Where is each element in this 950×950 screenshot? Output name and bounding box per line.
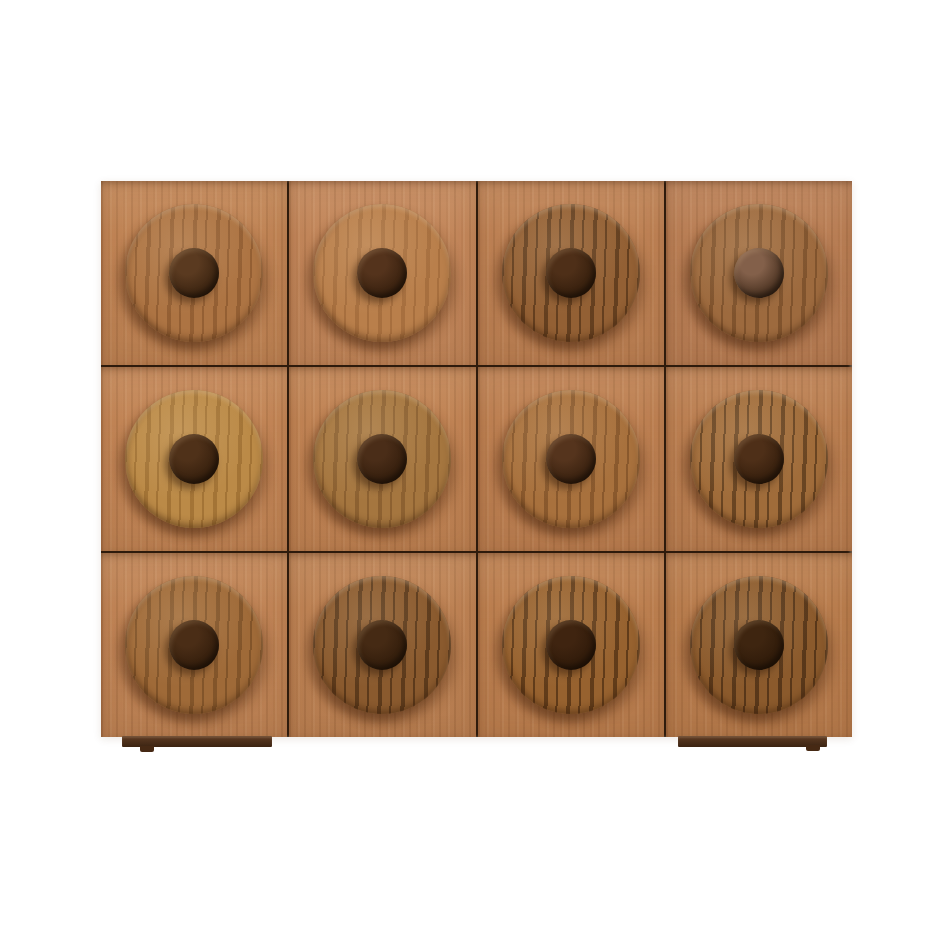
drawer-r1c4 — [666, 181, 852, 365]
drawer-r1c2 — [289, 181, 475, 365]
drawer-r1c1 — [101, 181, 287, 365]
photo-stage — [0, 0, 950, 950]
drawer-disc — [313, 390, 451, 528]
drawer-knob — [357, 434, 407, 484]
drawer-r1c3 — [478, 181, 664, 365]
drawer-knob — [734, 434, 784, 484]
drawer-disc — [690, 576, 828, 714]
drawer-knob — [546, 620, 596, 670]
drawer-knob — [734, 248, 784, 298]
drawer-disc — [690, 390, 828, 528]
drawer-disc — [502, 576, 640, 714]
drawer-knob — [734, 620, 784, 670]
drawer-r3c2 — [289, 553, 475, 737]
drawer-knob — [169, 620, 219, 670]
drawer-knob — [169, 248, 219, 298]
drawer-disc — [502, 204, 640, 342]
cabinet-foot-pad-right — [806, 745, 820, 751]
drawer-disc — [125, 204, 263, 342]
drawer-r3c4 — [666, 553, 852, 737]
drawer-knob — [357, 620, 407, 670]
drawer-knob — [357, 248, 407, 298]
drawer-r2c4 — [666, 367, 852, 551]
drawer-r3c1 — [101, 553, 287, 737]
cabinet-foot-right — [678, 736, 827, 747]
drawer-r2c3 — [478, 367, 664, 551]
drawer-disc — [313, 204, 451, 342]
drawer-disc — [502, 390, 640, 528]
drawer-r2c1 — [101, 367, 287, 551]
drawer-cabinet — [101, 181, 852, 737]
drawer-knob — [169, 434, 219, 484]
drawer-r2c2 — [289, 367, 475, 551]
drawer-disc — [125, 576, 263, 714]
drawer-disc — [313, 576, 451, 714]
drawer-knob — [546, 434, 596, 484]
drawer-disc — [690, 204, 828, 342]
cabinet-foot-pad-left — [140, 746, 154, 752]
drawer-r3c3 — [478, 553, 664, 737]
drawer-knob — [546, 248, 596, 298]
drawer-disc — [125, 390, 263, 528]
